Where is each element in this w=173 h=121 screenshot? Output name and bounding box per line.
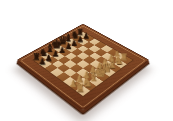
square-c2: ♟	[102, 60, 115, 68]
piece-black-rook: ♜	[32, 52, 41, 62]
chess-board: ♜♟♟♜♞♟♟♞♝♟♟♝♛♟♟♛♚♟♟♚♝♟♟♝♞♟♟♞♜♟♟♜	[17, 24, 150, 111]
photo-background: ♜♟♟♜♞♟♟♞♝♟♟♝♛♟♟♛♚♟♟♚♝♟♟♝♞♟♟♞♜♟♟♜	[0, 0, 173, 121]
square-h8: ♜	[34, 56, 46, 64]
piece-black-bishop: ♝	[45, 43, 55, 54]
square-e1: ♚	[96, 72, 109, 81]
board-grid: ♜♟♟♜♞♟♟♞♝♟♟♝♛♟♟♛♚♟♟♚♝♟♟♝♞♟♟♞♜♟♟♜	[32, 31, 134, 97]
square-a2: ♟	[113, 52, 125, 60]
piece-black-knight: ♞	[39, 47, 48, 57]
piece-black-bishop: ♝	[64, 33, 73, 43]
square-f8: ♝	[47, 49, 59, 56]
